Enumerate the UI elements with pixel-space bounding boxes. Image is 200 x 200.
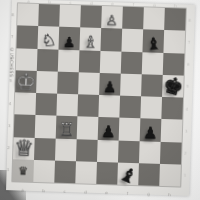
file-label: e — [96, 190, 117, 196]
file-label: a — [12, 187, 33, 193]
board-brand-text: ©USCHESS — [9, 47, 15, 77]
piece-black-king-h5[interactable]: ♚ — [160, 73, 186, 100]
photo-frame: abcdefgh abcdefgh 87654321 87654321 ©USC… — [0, 0, 200, 200]
rank-label: 4 — [185, 98, 192, 120]
rank-label: 7 — [187, 31, 194, 53]
piece-black-pawn-c7[interactable]: ♟ — [63, 35, 76, 49]
rank-label: 1 — [183, 164, 190, 186]
rank-label: 5 — [186, 75, 193, 97]
file-label: c — [54, 189, 75, 195]
piece-white-king-a5[interactable]: ♔ — [16, 70, 37, 93]
piece-black-pawn-e5[interactable]: ♟ — [103, 80, 117, 95]
chess-board: abcdefgh abcdefgh 87654321 87654321 ©USC… — [6, 0, 195, 196]
file-label: b — [33, 188, 54, 194]
piece-black-bishop-f1[interactable]: ♝ — [116, 163, 140, 188]
piece-black-pawn-g3[interactable]: ♟ — [143, 125, 158, 141]
piece-white-pawn-e8[interactable]: ♙ — [106, 14, 119, 28]
rank-label: 3 — [185, 120, 192, 142]
piece-white-rook-c3[interactable]: ♖ — [58, 120, 75, 138]
piece-white-queen-a2[interactable]: ♕ — [14, 137, 34, 160]
rank-label: 8 — [188, 9, 195, 31]
file-label: f — [117, 191, 138, 197]
piece-white-bishop-d7[interactable]: ♗ — [83, 34, 98, 51]
file-label: g — [138, 191, 159, 197]
file-labels-bottom: abcdefgh — [12, 187, 180, 197]
rank-label: 6 — [187, 53, 194, 75]
pieces-layer: ♙♘♟♗♝♔♟♚♖♟♟♕♝ — [12, 3, 186, 186]
file-label: d — [75, 189, 96, 195]
rank-label: 2 — [184, 142, 191, 164]
piece-white-knight-b7[interactable]: ♘ — [40, 32, 56, 50]
file-label: h — [159, 192, 180, 198]
piece-black-bishop-g7[interactable]: ♝ — [145, 35, 161, 52]
piece-black-pawn-e3[interactable]: ♟ — [101, 124, 116, 140]
